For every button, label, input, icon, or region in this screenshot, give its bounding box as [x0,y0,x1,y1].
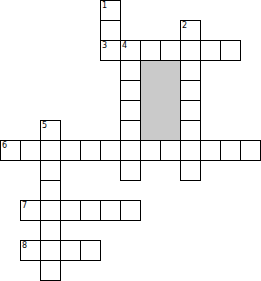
cell-r5c9[interactable] [180,100,201,121]
cell-r10c5[interactable] [100,200,121,221]
cell-r8c6[interactable] [120,160,141,181]
cell-r1c9[interactable] [180,20,201,41]
cell-r2c11[interactable] [220,40,241,61]
cell-r2c7[interactable] [140,40,161,61]
cell-r0c5[interactable] [100,0,121,21]
cell-r10c4[interactable] [80,200,101,221]
cell-r5c6[interactable] [120,100,141,121]
cell-r7c10[interactable] [200,140,221,161]
cell-r2c6[interactable] [120,40,141,61]
cell-r7c4[interactable] [80,140,101,161]
cell-r12c4[interactable] [80,240,101,261]
cell-r7c5[interactable] [100,140,121,161]
cell-r1c5[interactable] [100,20,121,41]
cell-r7c9[interactable] [180,140,201,161]
cell-r10c2[interactable] [40,200,61,221]
cell-r6c6[interactable] [120,120,141,141]
cell-r6c2[interactable] [40,120,61,141]
cell-r3c6[interactable] [120,60,141,81]
cell-r6c9[interactable] [180,120,201,141]
cell-r9c2[interactable] [40,180,61,201]
cell-r13c2[interactable] [40,260,61,281]
cell-r2c8[interactable] [160,40,181,61]
cell-r12c3[interactable] [60,240,81,261]
cell-r2c10[interactable] [200,40,221,61]
crossword-grid: 12345678 [0,0,261,281]
cell-r10c3[interactable] [60,200,81,221]
blocked-region [140,60,181,141]
cell-r7c0[interactable] [0,140,21,161]
cell-r2c5[interactable] [100,40,121,61]
cell-r7c3[interactable] [60,140,81,161]
cell-r12c2[interactable] [40,240,61,261]
cell-r7c2[interactable] [40,140,61,161]
cell-r12c1[interactable] [20,240,41,261]
cell-r10c6[interactable] [120,200,141,221]
cell-r8c2[interactable] [40,160,61,181]
cell-r7c6[interactable] [120,140,141,161]
cell-r7c12[interactable] [240,140,261,161]
crossword-puzzle: 12345678 [0,0,261,281]
cell-r8c9[interactable] [180,160,201,181]
cell-r10c1[interactable] [20,200,41,221]
cell-r2c9[interactable] [180,40,201,61]
cell-r4c9[interactable] [180,80,201,101]
cell-r7c1[interactable] [20,140,41,161]
cell-r3c9[interactable] [180,60,201,81]
cell-r11c2[interactable] [40,220,61,241]
cell-r7c11[interactable] [220,140,241,161]
cell-r4c6[interactable] [120,80,141,101]
cell-r7c7[interactable] [140,140,161,161]
cell-r7c8[interactable] [160,140,181,161]
